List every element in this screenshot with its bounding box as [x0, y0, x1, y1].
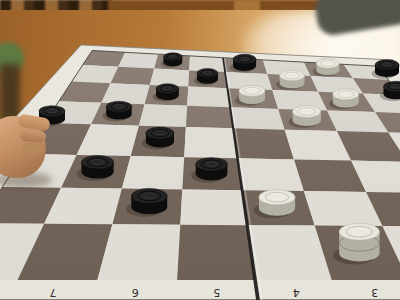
- player-hand: [0, 104, 60, 184]
- photo-scene: 76543: [0, 0, 400, 300]
- hand-middle-finger: [20, 129, 47, 143]
- file-label-7: 7: [49, 286, 56, 299]
- file-label-4: 4: [293, 286, 300, 299]
- file-label-6: 6: [132, 286, 139, 299]
- white-king-r8c3[interactable]: [333, 223, 379, 264]
- hand-ring-finger: [22, 143, 42, 155]
- checkers-board: 76543: [0, 0, 400, 300]
- file-label-3: 3: [371, 286, 378, 299]
- file-label-5: 5: [213, 286, 220, 299]
